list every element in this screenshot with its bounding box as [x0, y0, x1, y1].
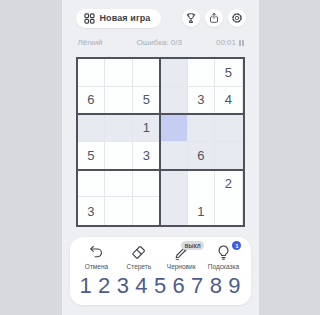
grid-icon: [84, 13, 95, 24]
cell-r6c6[interactable]: [215, 197, 243, 225]
undo-label: Отмена: [85, 263, 108, 270]
cell-r1c6[interactable]: 5: [215, 59, 243, 87]
gear-icon: [231, 12, 243, 24]
erase-button[interactable]: Стереть: [120, 244, 158, 270]
cell-r5c1[interactable]: [78, 170, 106, 198]
bulb-icon: [215, 244, 232, 261]
cell-r6c5[interactable]: 1: [188, 197, 216, 225]
eraser-icon: [130, 244, 147, 261]
share-icon: [208, 12, 220, 24]
hint-label: Подсказка: [208, 263, 239, 270]
top-actions: [182, 9, 246, 27]
key-3[interactable]: 3: [117, 275, 129, 297]
timer-value: 00:01: [216, 38, 236, 47]
hint-count-badge: 1: [232, 241, 241, 250]
cell-r5c3[interactable]: [133, 170, 161, 198]
new-game-button[interactable]: Новая игра: [76, 9, 162, 28]
cell-r3c6[interactable]: [215, 114, 243, 142]
new-game-label: Новая игра: [100, 13, 151, 23]
key-5[interactable]: 5: [154, 275, 166, 297]
status-bar: Лёгкий Ошибка: 0/3 00:01: [78, 38, 245, 47]
cell-r3c2[interactable]: [105, 114, 133, 142]
cell-r4c5[interactable]: 6: [188, 142, 216, 170]
pause-icon[interactable]: [239, 40, 245, 46]
key-6[interactable]: 6: [172, 275, 184, 297]
cell-r5c4[interactable]: [160, 170, 188, 198]
undo-icon: [88, 244, 105, 261]
mistakes-counter: Ошибка: 0/3: [137, 38, 182, 47]
cell-r5c2[interactable]: [105, 170, 133, 198]
cell-r3c5[interactable]: [188, 114, 216, 142]
sudoku-board: 565341536231: [76, 57, 245, 227]
key-2[interactable]: 2: [98, 275, 110, 297]
key-1[interactable]: 1: [80, 275, 92, 297]
draft-label: Черновик: [167, 263, 196, 270]
cell-r6c4[interactable]: [160, 197, 188, 225]
cell-r5c5[interactable]: [188, 170, 216, 198]
draft-button[interactable]: ВЫКЛ Черновик: [162, 244, 200, 270]
hint-button[interactable]: 1 Подсказка: [204, 244, 242, 270]
cell-r5c6[interactable]: 2: [215, 170, 243, 198]
cell-r2c3[interactable]: 5: [133, 87, 161, 115]
cell-r6c2[interactable]: [105, 197, 133, 225]
settings-button[interactable]: [228, 9, 246, 27]
key-4[interactable]: 4: [135, 275, 147, 297]
cell-r4c6[interactable]: [215, 142, 243, 170]
cell-r6c3[interactable]: [133, 197, 161, 225]
difficulty-label: Лёгкий: [78, 38, 103, 47]
erase-label: Стереть: [127, 263, 152, 270]
key-9[interactable]: 9: [228, 275, 240, 297]
sudoku-app-screen: Новая игра: [62, 0, 259, 315]
trophy-icon: [185, 12, 197, 24]
cell-r1c1[interactable]: [78, 59, 106, 87]
toolbar: Отмена Стереть ВЫКЛ Черновик 1: [78, 244, 243, 270]
cell-r1c3[interactable]: [133, 59, 161, 87]
cell-r1c4[interactable]: [160, 59, 188, 87]
top-bar: Новая игра: [76, 8, 246, 28]
trophy-button[interactable]: [182, 9, 200, 27]
cell-r3c4[interactable]: [160, 114, 188, 142]
share-button[interactable]: [205, 9, 223, 27]
key-7[interactable]: 7: [191, 275, 203, 297]
cell-r4c4[interactable]: [160, 142, 188, 170]
cell-r1c2[interactable]: [105, 59, 133, 87]
controls-card: Отмена Стереть ВЫКЛ Черновик 1: [70, 237, 251, 305]
cell-r4c1[interactable]: 5: [78, 142, 106, 170]
cell-r3c1[interactable]: [78, 114, 106, 142]
cell-r2c2[interactable]: [105, 87, 133, 115]
undo-button[interactable]: Отмена: [78, 244, 116, 270]
draft-off-badge: ВЫКЛ: [181, 241, 204, 250]
cell-r2c1[interactable]: 6: [78, 87, 106, 115]
cell-r2c4[interactable]: [160, 87, 188, 115]
cell-r6c1[interactable]: 3: [78, 197, 106, 225]
key-8[interactable]: 8: [210, 275, 222, 297]
cell-r4c3[interactable]: 3: [133, 142, 161, 170]
timer: 00:01: [216, 38, 245, 47]
cell-r2c6[interactable]: 4: [215, 87, 243, 115]
cell-r4c2[interactable]: [105, 142, 133, 170]
cell-r3c3[interactable]: 1: [133, 114, 161, 142]
number-keypad: 123456789: [80, 272, 241, 300]
cell-r2c5[interactable]: 3: [188, 87, 216, 115]
cell-r1c5[interactable]: [188, 59, 216, 87]
